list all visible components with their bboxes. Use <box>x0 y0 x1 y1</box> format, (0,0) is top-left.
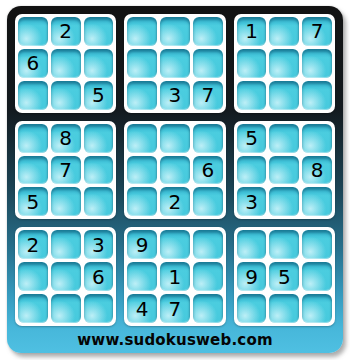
cell-r1c7[interactable]: 1 <box>237 17 267 46</box>
cell-r3c1[interactable] <box>18 81 48 110</box>
cell-r6c6[interactable] <box>193 187 223 216</box>
sudoku-board: 265371787562583236914795 <box>15 14 335 326</box>
cell-r6c1[interactable]: 5 <box>18 187 48 216</box>
box-2-2: 62 <box>124 121 225 220</box>
cell-r3c7[interactable] <box>237 81 267 110</box>
cell-r4c2[interactable]: 8 <box>51 124 81 153</box>
cell-r7c5[interactable] <box>160 230 190 259</box>
cell-r9c9[interactable] <box>302 294 332 323</box>
cell-r6c7[interactable]: 3 <box>237 187 267 216</box>
cell-r8c7[interactable]: 9 <box>237 262 267 291</box>
cell-r8c9[interactable] <box>302 262 332 291</box>
cell-r8c5[interactable]: 1 <box>160 262 190 291</box>
cell-r7c9[interactable] <box>302 230 332 259</box>
cell-r1c5[interactable] <box>160 17 190 46</box>
cell-r8c4[interactable] <box>127 262 157 291</box>
footer-bar: www.sudokusweb.com <box>15 326 335 353</box>
cell-r5c6[interactable]: 6 <box>193 156 223 185</box>
cell-r9c7[interactable] <box>237 294 267 323</box>
cell-r3c2[interactable] <box>51 81 81 110</box>
cell-r7c8[interactable] <box>269 230 299 259</box>
cell-r6c5[interactable]: 2 <box>160 187 190 216</box>
cell-r3c4[interactable] <box>127 81 157 110</box>
cell-r2c1[interactable]: 6 <box>18 49 48 78</box>
cell-r4c6[interactable] <box>193 124 223 153</box>
cell-r6c2[interactable] <box>51 187 81 216</box>
box-3-2: 9147 <box>124 227 225 326</box>
cell-r1c4[interactable] <box>127 17 157 46</box>
cell-r5c3[interactable] <box>84 156 114 185</box>
cell-r9c1[interactable] <box>18 294 48 323</box>
cell-r2c8[interactable] <box>269 49 299 78</box>
cell-r8c1[interactable] <box>18 262 48 291</box>
cell-r1c6[interactable] <box>193 17 223 46</box>
cell-r7c3[interactable]: 3 <box>84 230 114 259</box>
cell-r8c2[interactable] <box>51 262 81 291</box>
cell-r8c3[interactable]: 6 <box>84 262 114 291</box>
cell-r3c3[interactable]: 5 <box>84 81 114 110</box>
cell-r1c9[interactable]: 7 <box>302 17 332 46</box>
cell-r7c1[interactable]: 2 <box>18 230 48 259</box>
box-1-1: 265 <box>15 14 116 113</box>
cell-r4c7[interactable]: 5 <box>237 124 267 153</box>
cell-r2c9[interactable] <box>302 49 332 78</box>
cell-r5c7[interactable] <box>237 156 267 185</box>
cell-r5c1[interactable] <box>18 156 48 185</box>
cell-r7c2[interactable] <box>51 230 81 259</box>
cell-r9c8[interactable] <box>269 294 299 323</box>
cell-r8c8[interactable]: 5 <box>269 262 299 291</box>
cell-r7c4[interactable]: 9 <box>127 230 157 259</box>
cell-r4c1[interactable] <box>18 124 48 153</box>
cell-r3c8[interactable] <box>269 81 299 110</box>
cell-r9c6[interactable] <box>193 294 223 323</box>
box-3-1: 236 <box>15 227 116 326</box>
cell-r5c2[interactable]: 7 <box>51 156 81 185</box>
cell-r1c2[interactable]: 2 <box>51 17 81 46</box>
cell-r2c5[interactable] <box>160 49 190 78</box>
box-3-3: 95 <box>234 227 335 326</box>
cell-r2c7[interactable] <box>237 49 267 78</box>
cell-r2c6[interactable] <box>193 49 223 78</box>
cell-r9c3[interactable] <box>84 294 114 323</box>
cell-r6c3[interactable] <box>84 187 114 216</box>
box-1-2: 37 <box>124 14 225 113</box>
cell-r9c2[interactable] <box>51 294 81 323</box>
cell-r1c3[interactable] <box>84 17 114 46</box>
footer-url: www.sudokusweb.com <box>77 331 272 349</box>
cell-r3c5[interactable]: 3 <box>160 81 190 110</box>
box-1-3: 17 <box>234 14 335 113</box>
cell-r2c4[interactable] <box>127 49 157 78</box>
cell-r1c8[interactable] <box>269 17 299 46</box>
cell-r4c9[interactable] <box>302 124 332 153</box>
cell-r4c5[interactable] <box>160 124 190 153</box>
box-2-1: 875 <box>15 121 116 220</box>
cell-r4c8[interactable] <box>269 124 299 153</box>
cell-r4c4[interactable] <box>127 124 157 153</box>
cell-r6c8[interactable] <box>269 187 299 216</box>
cell-r4c3[interactable] <box>84 124 114 153</box>
cell-r2c3[interactable] <box>84 49 114 78</box>
cell-r6c4[interactable] <box>127 187 157 216</box>
cell-r5c8[interactable] <box>269 156 299 185</box>
cell-r9c4[interactable]: 4 <box>127 294 157 323</box>
cell-r7c7[interactable] <box>237 230 267 259</box>
cell-r5c9[interactable]: 8 <box>302 156 332 185</box>
cell-r5c5[interactable] <box>160 156 190 185</box>
cell-r1c1[interactable] <box>18 17 48 46</box>
page-background: 265371787562583236914795 www.sudokusweb.… <box>0 0 350 360</box>
cell-r6c9[interactable] <box>302 187 332 216</box>
cell-r5c4[interactable] <box>127 156 157 185</box>
box-2-3: 583 <box>234 121 335 220</box>
cell-r3c9[interactable] <box>302 81 332 110</box>
board-plaque: 265371787562583236914795 www.sudokusweb.… <box>7 6 343 353</box>
cell-r7c6[interactable] <box>193 230 223 259</box>
cell-r8c6[interactable] <box>193 262 223 291</box>
cell-r3c6[interactable]: 7 <box>193 81 223 110</box>
cell-r9c5[interactable]: 7 <box>160 294 190 323</box>
cell-r2c2[interactable] <box>51 49 81 78</box>
